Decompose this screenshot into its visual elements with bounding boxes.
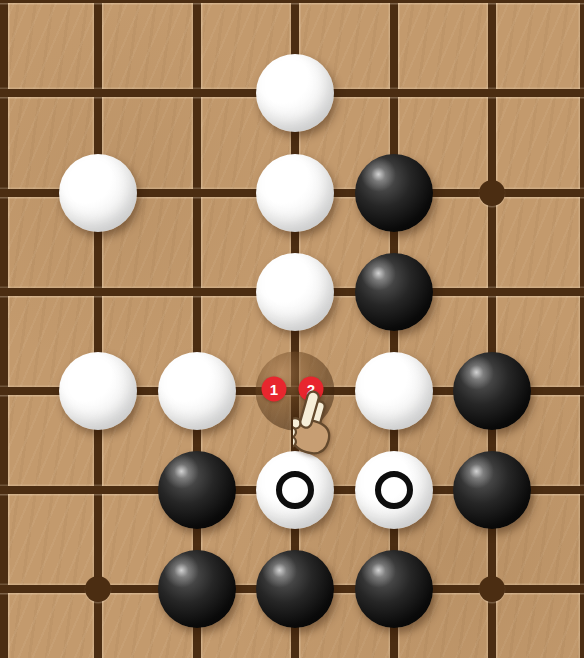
black-stone — [158, 550, 236, 628]
white-stone-circle-marked — [355, 451, 433, 529]
white-stone — [158, 352, 236, 430]
circle-mark — [276, 471, 314, 509]
white-stone-circle-marked — [256, 451, 334, 529]
white-stone — [59, 352, 137, 430]
black-stone — [158, 451, 236, 529]
star-point — [479, 180, 505, 206]
move-badge-2: 2 — [299, 376, 324, 401]
black-stone — [355, 154, 433, 232]
black-stone — [355, 253, 433, 331]
grid-line-vertical — [0, 0, 8, 658]
black-stone — [256, 550, 334, 628]
star-point — [479, 576, 505, 602]
move-badge-1: 1 — [262, 376, 287, 401]
grid-line-vertical — [94, 0, 102, 658]
grid-line-vertical — [580, 0, 584, 658]
black-stone — [355, 550, 433, 628]
circle-mark — [375, 471, 413, 509]
grid-line-horizontal — [0, 0, 584, 3]
white-stone — [59, 154, 137, 232]
white-stone — [256, 154, 334, 232]
go-board[interactable]: 1 2 — [0, 0, 584, 658]
black-stone — [453, 352, 531, 430]
white-stone — [256, 54, 334, 132]
star-point — [85, 576, 111, 602]
black-stone — [453, 451, 531, 529]
grid-line-vertical — [488, 0, 496, 658]
white-stone — [256, 253, 334, 331]
white-stone — [355, 352, 433, 430]
